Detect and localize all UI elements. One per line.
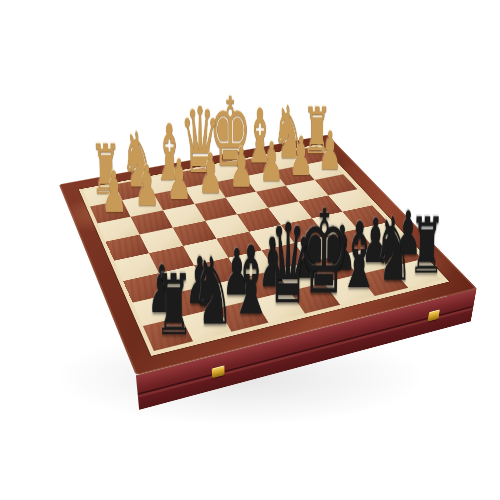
white-pawn: ♟ [134, 158, 160, 214]
white-pawn: ♟ [318, 125, 342, 178]
white-pawn: ♟ [289, 130, 313, 183]
white-pawn: ♟ [101, 164, 128, 221]
white-pawn: ♟ [229, 141, 253, 195]
white-pawn: ♟ [260, 136, 284, 190]
white-pawn: ♟ [166, 152, 191, 207]
chessboard: ♜♞♝♛♚♝♞♜♟♟♟♟♟♟♟♟♟♟♟♟♟♟♟♟♜♞♝♛♚♝♞♜ [59, 135, 477, 376]
white-pawn: ♟ [198, 147, 223, 202]
black-knight: ♞ [191, 245, 234, 338]
black-rook: ♜ [154, 264, 193, 347]
black-bishop: ♝ [229, 234, 272, 328]
black-rook: ♜ [409, 208, 446, 284]
product-photo-scene: ♜♞♝♛♚♝♞♜♟♟♟♟♟♟♟♟♟♟♟♟♟♟♟♟♜♞♝♛♚♝♞♜ [0, 0, 500, 500]
brass-clasp-right [428, 309, 440, 321]
brass-clasp-left [211, 365, 224, 378]
board-frame: ♜♞♝♛♚♝♞♜♟♟♟♟♟♟♟♟♟♟♟♟♟♟♟♟♜♞♝♛♚♝♞♜ [59, 135, 477, 376]
